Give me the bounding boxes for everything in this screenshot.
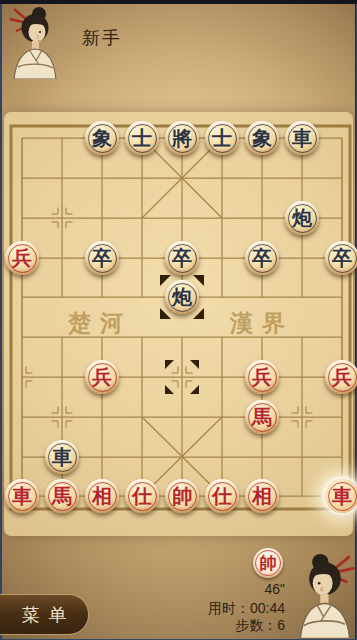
piece-glyph: 炮 — [172, 287, 192, 307]
piece-glyph: 馬 — [252, 407, 272, 427]
piece-glyph: 兵 — [252, 367, 272, 387]
piece-black-elephant[interactable]: 象 — [245, 121, 279, 155]
player-avatar — [291, 550, 357, 640]
piece-red-advisor[interactable]: 仕 — [125, 479, 159, 513]
piece-black-king[interactable]: 將 — [165, 121, 199, 155]
piece-red-chariot[interactable]: 車 — [325, 479, 357, 513]
piece-red-soldier[interactable]: 兵 — [245, 360, 279, 394]
move-timer: 46" — [208, 581, 285, 598]
piece-glyph: 象 — [252, 128, 272, 148]
menu-button[interactable]: 菜单 — [0, 594, 89, 635]
piece-black-advisor[interactable]: 士 — [205, 121, 239, 155]
window-top-edge — [0, 0, 357, 4]
game-screen: 新手 楚河漢界 象士將士象車炮兵卒卒卒卒炮兵兵兵馬車車馬相仕帥仕相車 菜单 帥 … — [0, 0, 357, 640]
piece-glyph: 馬 — [52, 486, 72, 506]
piece-glyph: 卒 — [332, 248, 352, 268]
piece-black-advisor[interactable]: 士 — [125, 121, 159, 155]
piece-glyph: 車 — [12, 486, 32, 506]
piece-glyph: 兵 — [332, 367, 352, 387]
piece-red-horse[interactable]: 馬 — [45, 479, 79, 513]
piece-glyph: 相 — [92, 486, 112, 506]
piece-black-soldier[interactable]: 卒 — [325, 241, 357, 275]
piece-red-elephant[interactable]: 相 — [245, 479, 279, 513]
piece-black-soldier[interactable]: 卒 — [165, 241, 199, 275]
piece-red-soldier[interactable]: 兵 — [325, 360, 357, 394]
move-count: 步数：6 — [208, 617, 285, 634]
piece-red-elephant[interactable]: 相 — [85, 479, 119, 513]
piece-glyph: 仕 — [212, 486, 232, 506]
piece-glyph: 炮 — [292, 208, 312, 228]
red-turn-indicator-icon: 帥 — [253, 548, 283, 578]
piece-black-chariot[interactable]: 車 — [285, 121, 319, 155]
piece-glyph: 車 — [332, 486, 352, 506]
piece-red-chariot[interactable]: 車 — [5, 479, 39, 513]
game-info: 帥 46" 用时：00:44 步数：6 — [208, 548, 285, 634]
piece-glyph: 將 — [172, 128, 192, 148]
piece-glyph: 車 — [52, 447, 72, 467]
piece-glyph: 相 — [252, 486, 272, 506]
piece-glyph: 卒 — [252, 248, 272, 268]
piece-black-cannon[interactable]: 炮 — [165, 280, 199, 314]
piece-glyph: 象 — [92, 128, 112, 148]
piece-red-soldier[interactable]: 兵 — [85, 360, 119, 394]
piece-glyph: 兵 — [12, 248, 32, 268]
piece-glyph: 士 — [132, 128, 152, 148]
piece-red-horse[interactable]: 馬 — [245, 400, 279, 434]
piece-black-elephant[interactable]: 象 — [85, 121, 119, 155]
piece-black-soldier[interactable]: 卒 — [245, 241, 279, 275]
piece-glyph: 車 — [292, 128, 312, 148]
piece-black-chariot[interactable]: 車 — [45, 440, 79, 474]
piece-red-soldier[interactable]: 兵 — [5, 241, 39, 275]
piece-glyph: 卒 — [92, 248, 112, 268]
piece-glyph: 卒 — [172, 248, 192, 268]
piece-black-cannon[interactable]: 炮 — [285, 201, 319, 235]
opponent-name: 新手 — [82, 26, 122, 50]
piece-glyph: 兵 — [92, 367, 112, 387]
elapsed-time: 用时：00:44 — [208, 600, 285, 617]
opponent-avatar — [6, 5, 64, 79]
piece-red-king[interactable]: 帥 — [165, 479, 199, 513]
piece-black-soldier[interactable]: 卒 — [85, 241, 119, 275]
piece-red-advisor[interactable]: 仕 — [205, 479, 239, 513]
piece-glyph: 士 — [212, 128, 232, 148]
piece-glyph: 帥 — [172, 486, 192, 506]
piece-glyph: 仕 — [132, 486, 152, 506]
